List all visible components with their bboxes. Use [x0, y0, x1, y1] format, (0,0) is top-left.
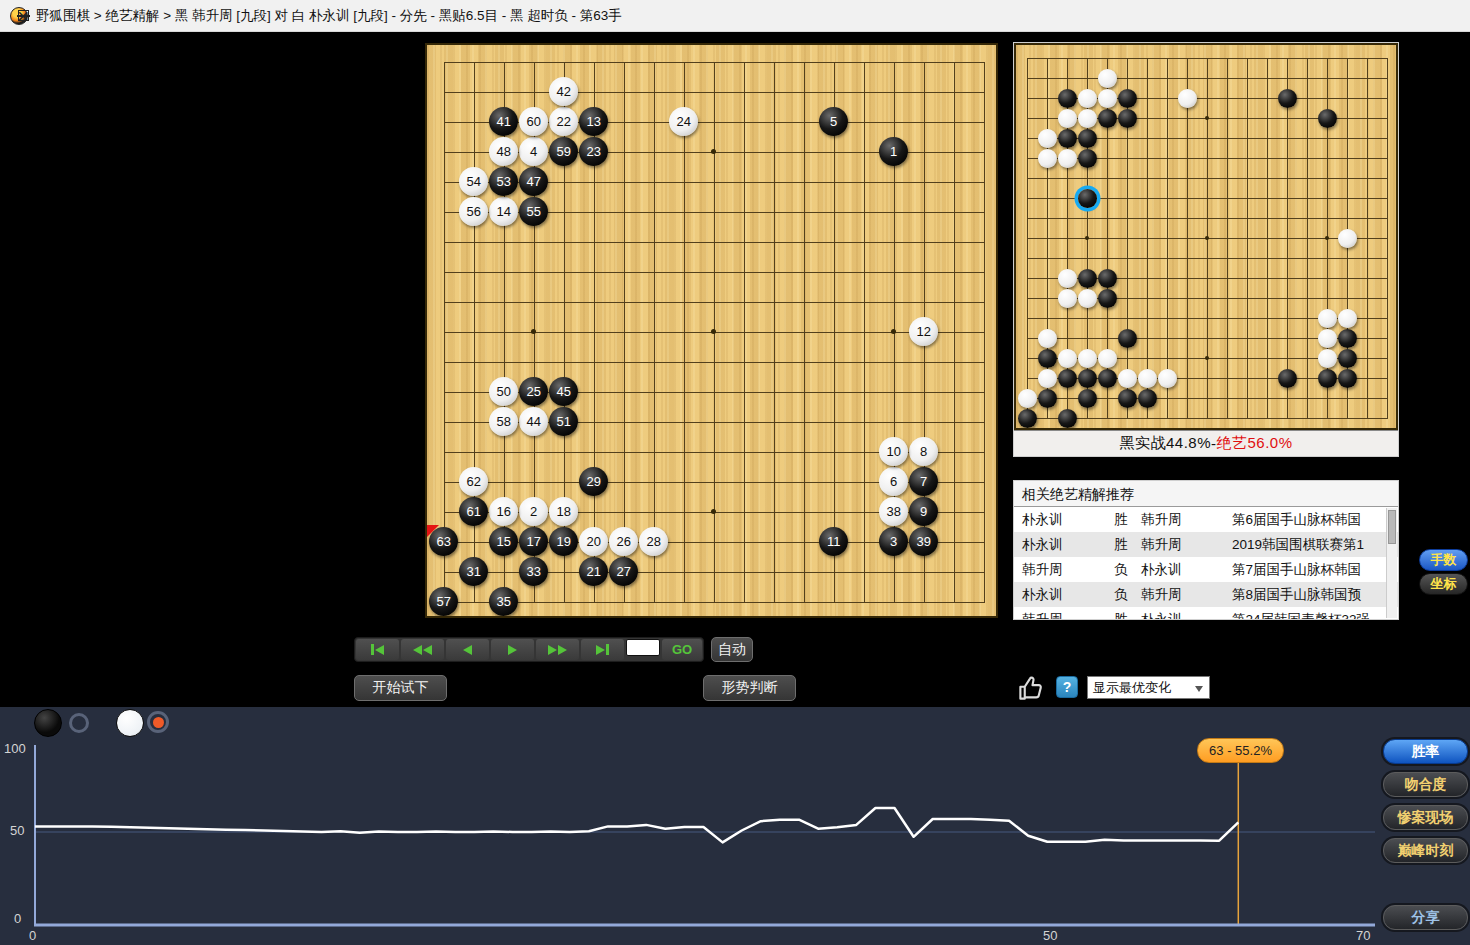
grid-line: [1247, 58, 1248, 418]
current-move-tooltip: 63 - 55.2%: [1197, 738, 1284, 763]
move-number-input[interactable]: [626, 639, 660, 656]
variation-stone: [1058, 289, 1077, 308]
win-rate-curve: [35, 808, 1238, 842]
x-tick-0: 0: [29, 928, 36, 943]
result: 负: [1114, 582, 1128, 607]
stone-move-39: 39: [909, 527, 938, 556]
variation-stone: [1058, 109, 1077, 128]
fast-backward-icon: [413, 645, 422, 655]
go-button[interactable]: GO: [662, 639, 702, 660]
variation-stone: [1318, 369, 1337, 388]
grid-line: [834, 62, 835, 602]
ai-winrate: 绝艺56.0%: [1217, 434, 1293, 453]
stone-move-53: 53: [489, 167, 518, 196]
grid-line: [984, 62, 985, 602]
y-tick-0: 0: [14, 911, 21, 926]
fast-forward-icon: [548, 645, 557, 655]
variation-stone: [1078, 289, 1097, 308]
variation-stone: [1278, 89, 1297, 108]
player1: 韩升周: [1022, 557, 1063, 582]
result: 负: [1114, 557, 1128, 582]
disaster-scene-button[interactable]: 惨案现场: [1383, 805, 1468, 830]
stone-move-51: 51: [549, 407, 578, 436]
stone-move-10: 10: [879, 437, 908, 466]
stone-move-59: 59: [549, 137, 578, 166]
variation-stone: [1278, 369, 1297, 388]
stone-move-33: 33: [519, 557, 548, 586]
thumbs-up-icon[interactable]: [1016, 673, 1046, 703]
stone-move-26: 26: [609, 527, 638, 556]
variation-stone: [1058, 409, 1077, 428]
grid-line: [1027, 418, 1388, 419]
stone-move-7: 7: [909, 467, 938, 496]
recommendations-panel: 相关绝艺精解推荐 朴永训胜韩升周第6届国手山脉杯韩国朴永训胜韩升周2019韩国围…: [1014, 481, 1398, 619]
variation-stone: [1018, 409, 1037, 428]
star-point: [891, 329, 896, 334]
variation-stone: [1078, 129, 1097, 148]
star-point: [531, 329, 536, 334]
stone-move-57: 57: [429, 587, 458, 616]
grid-line: [864, 62, 865, 602]
auto-play-button[interactable]: 自动: [711, 637, 753, 662]
variation-stone: [1038, 149, 1057, 168]
variation-stone: [1098, 109, 1117, 128]
stone-move-58: 58: [489, 407, 518, 436]
variation-stone: [1018, 389, 1037, 408]
window-title: 野狐围棋 > 绝艺精解 > 黑 韩升周 [九段] 对 白 朴永训 [九段] - …: [36, 7, 622, 25]
player1: 朴永训: [1022, 532, 1063, 557]
variation-stone: [1098, 89, 1117, 108]
variation-stone: [1098, 69, 1117, 88]
stone-move-20: 20: [579, 527, 608, 556]
variation-stone: [1338, 369, 1357, 388]
stone-move-48: 48: [489, 137, 518, 166]
black-actual-winrate: 黑实战44.8%: [1119, 434, 1211, 453]
main-go-board[interactable]: 1234567891011121314151617181920212223242…: [425, 43, 998, 618]
orange-dot-toggle[interactable]: [147, 711, 169, 733]
stone-move-2: 2: [519, 497, 548, 526]
winrate-comparison-bar: 黑实战44.8% - 绝艺56.0%: [1014, 430, 1398, 456]
end-icon: [596, 645, 605, 655]
result: 胜: [1114, 507, 1128, 532]
black-stone-toggle[interactable]: [34, 709, 62, 737]
stone-move-22: 22: [549, 107, 578, 136]
back-icon: [463, 645, 472, 655]
variation-stone: [1078, 349, 1097, 368]
recommendations-header: 相关绝艺精解推荐: [1014, 481, 1398, 507]
y-tick-100: 100: [4, 741, 26, 756]
variation-stone: [1058, 349, 1077, 368]
try-moves-button[interactable]: 开始试下: [354, 675, 447, 701]
fast-backward-button[interactable]: [401, 639, 444, 660]
grid-line: [1267, 58, 1268, 418]
back-button[interactable]: [446, 639, 489, 660]
y-tick-50: 50: [10, 823, 24, 838]
stone-move-56: 56: [459, 197, 488, 226]
variation-stone: [1078, 389, 1097, 408]
stone-move-19: 19: [549, 527, 578, 556]
title-bar: 野狐围棋 > 绝艺精解 > 黑 韩升周 [九段] 对 白 朴永训 [九段] - …: [0, 0, 1470, 32]
navigation-bar: GO: [354, 637, 704, 662]
scrollbar-thumb[interactable]: [1388, 510, 1396, 544]
go-to-start-button[interactable]: [356, 639, 399, 660]
variation-stone: [1078, 369, 1097, 388]
stone-move-12: 12: [909, 317, 938, 346]
close-button[interactable]: ×: [0, 0, 46, 31]
variation-stone: [1038, 389, 1057, 408]
star-point: [1205, 236, 1209, 240]
variation-stone: [1118, 89, 1137, 108]
stone-move-3: 3: [879, 527, 908, 556]
stone-move-35: 35: [489, 587, 518, 616]
variation-stone: [1038, 129, 1057, 148]
white-stone-toggle[interactable]: [116, 709, 144, 737]
variation-stone: [1158, 369, 1177, 388]
recommendation-row[interactable]: 朴永训胜韩升周第6届国手山脉杯韩国: [1014, 507, 1398, 532]
coordinates-button[interactable]: 坐标: [1419, 573, 1468, 595]
variation-stone: [1118, 389, 1137, 408]
variation-stone: [1098, 369, 1117, 388]
recommendation-row[interactable]: 韩升周负朴永训第7届国手山脉杯韩国: [1014, 557, 1398, 582]
variation-stone: [1118, 109, 1137, 128]
stone-move-50: 50: [489, 377, 518, 406]
variation-stone: [1058, 129, 1077, 148]
grid-line: [1307, 58, 1308, 418]
stone-move-28: 28: [639, 527, 668, 556]
variation-stone: [1058, 269, 1077, 288]
event: 第7届国手山脉杯韩国: [1232, 557, 1390, 582]
stone-move-8: 8: [909, 437, 938, 466]
stone-move-5: 5: [819, 107, 848, 136]
recommendation-row[interactable]: 朴永训胜韩升周2019韩国围棋联赛第1: [1014, 532, 1398, 557]
star-point: [1085, 236, 1089, 240]
winrate-chart-panel: 100 50 0 0 50 70 63 - 55.2% 胜率 吻合度 惨案现场 …: [0, 707, 1470, 945]
stone-move-18: 18: [549, 497, 578, 526]
stone-move-63: 63: [429, 527, 458, 556]
stone-move-62: 62: [459, 467, 488, 496]
variation-stone: [1038, 349, 1057, 368]
stone-move-1: 1: [879, 137, 908, 166]
variation-stone: [1078, 89, 1097, 108]
star-point: [1205, 356, 1209, 360]
variation-panel: 黑实战44.8% - 绝艺56.0%: [1014, 43, 1398, 456]
grid-line: [444, 602, 985, 603]
stone-move-60: 60: [519, 107, 548, 136]
stone-move-15: 15: [489, 527, 518, 556]
result: 胜: [1114, 607, 1128, 619]
variation-stone: [1058, 369, 1077, 388]
stone-move-54: 54: [459, 167, 488, 196]
event: 第6届国手山脉杯韩国: [1232, 507, 1390, 532]
variation-stone: [1338, 229, 1357, 248]
star-point: [711, 509, 716, 514]
variation-stone: [1038, 369, 1057, 388]
stone-move-31: 31: [459, 557, 488, 586]
go-to-end-button[interactable]: [581, 639, 624, 660]
winrate-tab-button[interactable]: 胜率: [1383, 739, 1468, 764]
stone-move-6: 6: [879, 467, 908, 496]
orange-dot: [153, 717, 164, 728]
start-icon: [371, 644, 374, 655]
recommendation-row[interactable]: 韩升周胜朴永训第24届韩国麦馨杯32强: [1014, 607, 1398, 619]
grid-line: [954, 62, 955, 602]
grid-line: [1227, 58, 1228, 418]
variation-stone: [1118, 329, 1137, 348]
variation-stone: [1138, 389, 1157, 408]
stone-move-27: 27: [609, 557, 638, 586]
event: 第8届国手山脉韩国预: [1232, 582, 1390, 607]
stone-move-44: 44: [519, 407, 548, 436]
stone-move-9: 9: [909, 497, 938, 526]
stone-move-45: 45: [549, 377, 578, 406]
x-tick-70: 70: [1356, 928, 1370, 943]
grid-line: [444, 362, 985, 363]
variation-stone: [1078, 149, 1097, 168]
variation-stone: [1098, 269, 1117, 288]
stone-move-13: 13: [579, 107, 608, 136]
stone-move-17: 17: [519, 527, 548, 556]
match-rate-tab-button[interactable]: 吻合度: [1383, 772, 1468, 797]
player1: 韩升周: [1022, 607, 1063, 619]
variation-stone: [1318, 109, 1337, 128]
grid-line: [1367, 58, 1368, 418]
stone-move-24: 24: [669, 107, 698, 136]
recommendations-list: 朴永训胜韩升周第6届国手山脉杯韩国朴永训胜韩升周2019韩国围棋联赛第1韩升周负…: [1014, 507, 1398, 619]
chevron-down-icon: [1195, 686, 1203, 692]
peak-moment-button[interactable]: 巅峰时刻: [1383, 838, 1468, 863]
event: 第24届韩国麦馨杯32强: [1232, 607, 1390, 619]
recommendation-row[interactable]: 朴永训负韩升周第8届国手山脉韩国预: [1014, 582, 1398, 607]
variation-stone: [1338, 349, 1357, 368]
highlighted-variation-stone: [1078, 189, 1097, 208]
variation-go-board[interactable]: [1014, 43, 1398, 430]
share-button[interactable]: 分享: [1383, 905, 1468, 930]
star-point: [711, 329, 716, 334]
black-ring-toggle[interactable]: [69, 713, 89, 733]
last-move-marker: [427, 525, 439, 537]
variation-stone: [1138, 369, 1157, 388]
stone-move-42: 42: [549, 77, 578, 106]
variation-stone: [1098, 289, 1117, 308]
variation-stone: [1318, 329, 1337, 348]
grid-line: [774, 62, 775, 602]
variation-stone: [1338, 309, 1357, 328]
stone-move-25: 25: [519, 377, 548, 406]
grid-line: [1287, 58, 1288, 418]
variation-stone: [1058, 149, 1077, 168]
stone-move-41: 41: [489, 107, 518, 136]
grid-line: [1387, 58, 1388, 418]
variation-stone: [1338, 329, 1357, 348]
star-point: [1325, 236, 1329, 240]
move-numbers-button[interactable]: 手数: [1419, 549, 1468, 571]
variation-stone: [1078, 269, 1097, 288]
stone-move-11: 11: [819, 527, 848, 556]
event: 2019韩国围棋联赛第1: [1232, 532, 1390, 557]
variation-stone: [1178, 89, 1197, 108]
variation-stone: [1118, 369, 1137, 388]
variation-stone: [1058, 89, 1077, 108]
player2: 韩升周: [1141, 582, 1182, 607]
star-point: [711, 149, 716, 154]
stone-move-61: 61: [459, 497, 488, 526]
variation-stone: [1078, 109, 1097, 128]
position-judge-button[interactable]: 形势判断: [703, 675, 796, 701]
player2: 朴永训: [1141, 607, 1182, 619]
scrollbar[interactable]: [1386, 508, 1397, 618]
star-point: [1205, 116, 1209, 120]
close-icon: ×: [17, 6, 29, 26]
player2: 韩升周: [1141, 507, 1182, 532]
stone-move-23: 23: [579, 137, 608, 166]
forward-button[interactable]: [491, 639, 534, 660]
variation-stone: [1318, 309, 1337, 328]
stone-move-29: 29: [579, 467, 608, 496]
grid-line: [804, 62, 805, 602]
stone-move-14: 14: [489, 197, 518, 226]
variation-display-dropdown[interactable]: 显示最优变化: [1087, 676, 1210, 699]
help-button[interactable]: ?: [1056, 676, 1078, 698]
player1: 朴永训: [1022, 582, 1063, 607]
result: 胜: [1114, 532, 1128, 557]
stone-move-16: 16: [489, 497, 518, 526]
stone-move-55: 55: [519, 197, 548, 226]
x-tick-50: 50: [1043, 928, 1057, 943]
player2: 韩升周: [1141, 532, 1182, 557]
stone-move-21: 21: [579, 557, 608, 586]
variation-stone: [1038, 329, 1057, 348]
stone-move-38: 38: [879, 497, 908, 526]
stone-move-47: 47: [519, 167, 548, 196]
variation-stone: [1318, 349, 1337, 368]
stone-move-4: 4: [519, 137, 548, 166]
player1: 朴永训: [1022, 507, 1063, 532]
player2: 朴永训: [1141, 557, 1182, 582]
grid-line: [744, 62, 745, 602]
grid-line: [1027, 258, 1388, 259]
dropdown-value: 显示最优变化: [1093, 679, 1171, 697]
fast-forward-button[interactable]: [536, 639, 579, 660]
forward-icon: [508, 645, 517, 655]
app-window: 野狐围棋 > 绝艺精解 > 黑 韩升周 [九段] 对 白 朴永训 [九段] - …: [0, 0, 1470, 945]
variation-stone: [1098, 349, 1117, 368]
